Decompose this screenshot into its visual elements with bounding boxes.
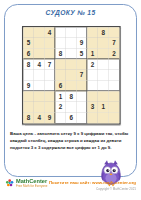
cell-r7c4: 1 <box>55 91 66 102</box>
cell-r4c6[interactable] <box>77 59 88 70</box>
cell-r6c2[interactable] <box>34 81 45 92</box>
cell-r4c3: 7 <box>45 59 56 70</box>
cell-r7c8[interactable] <box>98 91 109 102</box>
cell-r4c4[interactable] <box>55 59 66 70</box>
instructions-line-2: каждый столбец, каждая строка и каждая и… <box>10 137 135 144</box>
cell-r8c8: 1 <box>98 102 109 113</box>
cell-r8c6[interactable] <box>77 102 88 113</box>
cell-r9c4[interactable] <box>55 113 66 124</box>
cell-r1c7[interactable] <box>87 27 98 38</box>
cell-r5c1[interactable] <box>23 70 34 81</box>
cell-r2c8[interactable] <box>98 38 109 49</box>
cell-r6c4: 6 <box>55 81 66 92</box>
mathcenter-logo: MathCenter Free Math for Everyone <box>5 179 47 189</box>
instructions-line-3: подсеток 3 х 3 содержали все цифры от 1 … <box>10 144 135 151</box>
cell-r5c3[interactable] <box>45 70 56 81</box>
cell-r8c9[interactable] <box>109 102 120 113</box>
cell-r6c9[interactable] <box>109 81 120 92</box>
cell-r5c8[interactable] <box>98 70 109 81</box>
cell-r4c1: 8 <box>23 59 34 70</box>
worksheet-page: СУДОКУ № 15 48597685128472796182318496 В… <box>0 0 141 200</box>
cell-r2c4[interactable] <box>55 38 66 49</box>
cell-r3c6: 5 <box>77 49 88 60</box>
cell-r7c1[interactable] <box>23 91 34 102</box>
cell-r4c2: 4 <box>34 59 45 70</box>
cell-r5c7[interactable] <box>87 70 98 81</box>
mathcenter-flower-logo-icon <box>5 179 14 188</box>
cell-r3c3[interactable] <box>45 49 56 60</box>
cell-r6c5[interactable] <box>66 81 77 92</box>
cell-r9c7[interactable] <box>87 113 98 124</box>
cell-r4c5[interactable] <box>66 59 77 70</box>
cell-r1c9[interactable] <box>109 27 120 38</box>
cell-r2c5[interactable] <box>66 38 77 49</box>
cell-r9c8 <box>98 113 109 124</box>
cell-r3c7: 1 <box>87 49 98 60</box>
cell-r2c9: 7 <box>109 38 120 49</box>
cell-r3c5[interactable] <box>66 49 77 60</box>
cell-r6c1: 9 <box>23 81 34 92</box>
cell-r5c6: 7 <box>77 70 88 81</box>
website-link[interactable]: Посетите наш сайт: www.math-center.org <box>49 180 136 185</box>
cell-r3c2[interactable] <box>34 49 45 60</box>
cell-r8c4: 2 <box>55 102 66 113</box>
cell-r8c2[interactable] <box>34 102 45 113</box>
logo-tagline: Free Math for Everyone <box>16 185 48 189</box>
cell-r8c3[interactable] <box>45 102 56 113</box>
cell-r4c8[interactable] <box>98 59 109 70</box>
cell-r9c9 <box>109 113 120 124</box>
cell-r2c2[interactable] <box>34 38 45 49</box>
cell-r1c6[interactable] <box>77 27 88 38</box>
cell-r5c4[interactable] <box>55 70 66 81</box>
cell-r8c5[interactable] <box>66 102 77 113</box>
cell-r5c5[interactable] <box>66 70 77 81</box>
cell-r9c3: 9 <box>45 113 56 124</box>
cell-r9c2: 4 <box>34 113 45 124</box>
cell-r3c9: 2 <box>109 49 120 60</box>
cell-r9c1: 8 <box>23 113 34 124</box>
cell-r6c6[interactable] <box>77 81 88 92</box>
cell-r4c9[interactable] <box>109 59 120 70</box>
cell-r7c3[interactable] <box>45 91 56 102</box>
cell-r1c4[interactable] <box>55 27 66 38</box>
cell-r3c8[interactable] <box>98 49 109 60</box>
cell-r6c8[interactable] <box>98 81 109 92</box>
cell-r2c6: 9 <box>77 38 88 49</box>
cell-r2c3[interactable] <box>45 38 56 49</box>
cell-r9c5: 6 <box>66 113 77 124</box>
instructions-line-1: Ваша цель - заполнить сетку 9 х 9 цифрам… <box>10 131 135 138</box>
instructions-text: Ваша цель - заполнить сетку 9 х 9 цифрам… <box>10 131 135 151</box>
cell-r7c5: 8 <box>66 91 77 102</box>
cell-r5c9[interactable] <box>109 70 120 81</box>
cell-r2c7[interactable] <box>87 38 98 49</box>
copyright-text: Copyright © MathCenter 2021 <box>96 187 136 190</box>
cell-r6c3[interactable] <box>45 81 56 92</box>
cell-r4c7: 2 <box>87 59 98 70</box>
cell-r3c1: 6 <box>23 49 34 60</box>
cell-r7c7[interactable] <box>87 91 98 102</box>
cell-r3c4: 8 <box>55 49 66 60</box>
cell-r9c6[interactable] <box>77 113 88 124</box>
cell-r1c5[interactable] <box>66 27 77 38</box>
cell-r7c6[interactable] <box>77 91 88 102</box>
cell-r2c1: 5 <box>23 38 34 49</box>
cell-r8c1[interactable] <box>23 102 34 113</box>
page-title: СУДОКУ № 15 <box>0 9 141 17</box>
cell-r1c2[interactable] <box>34 27 45 38</box>
cell-r7c9[interactable] <box>109 91 120 102</box>
sudoku-board: 48597685128472796182318496 <box>22 26 121 125</box>
cell-r6c7[interactable] <box>87 81 98 92</box>
cell-r1c3: 4 <box>45 27 56 38</box>
cell-r5c2[interactable] <box>34 70 45 81</box>
cell-r1c8: 8 <box>98 27 109 38</box>
cell-r1c1[interactable] <box>23 27 34 38</box>
cell-r8c7: 3 <box>87 102 98 113</box>
cell-r7c2[interactable] <box>34 91 45 102</box>
